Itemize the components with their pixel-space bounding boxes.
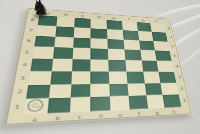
rank-label: 5 bbox=[171, 51, 179, 61]
square-b5 bbox=[53, 47, 73, 59]
file-label: b bbox=[46, 114, 69, 121]
rank-label: 2 bbox=[14, 85, 26, 100]
file-label: e bbox=[111, 111, 131, 118]
chess-board: abcdefgh abcdefgh 87654321 87654321 ♘ bbox=[5, 8, 192, 125]
square-e4 bbox=[108, 60, 126, 72]
square-c5 bbox=[72, 48, 91, 60]
square-a4 bbox=[30, 59, 52, 72]
square-c6 bbox=[73, 37, 91, 48]
square-h1 bbox=[163, 95, 182, 108]
file-label: f bbox=[130, 110, 149, 117]
square-f1 bbox=[128, 96, 147, 110]
rank-label: 4 bbox=[19, 58, 30, 71]
square-b3 bbox=[50, 71, 71, 84]
square-c4 bbox=[72, 59, 91, 71]
square-a2 bbox=[26, 84, 50, 99]
square-d4 bbox=[91, 60, 109, 72]
board-grid bbox=[24, 15, 182, 114]
square-c3 bbox=[71, 71, 91, 84]
square-b6 bbox=[54, 36, 73, 47]
square-b2 bbox=[49, 84, 71, 98]
rank-label: 7 bbox=[167, 33, 174, 42]
rank-label: 3 bbox=[17, 71, 28, 85]
square-e3 bbox=[109, 71, 127, 83]
square-d6 bbox=[91, 38, 108, 49]
cloth-fold bbox=[156, 1, 200, 19]
file-label: d bbox=[90, 112, 110, 119]
square-c1 bbox=[69, 97, 90, 112]
rank-label: 5 bbox=[22, 46, 32, 58]
rank-label: 2 bbox=[178, 83, 187, 95]
rank-label: 1 bbox=[180, 94, 189, 107]
square-h4 bbox=[157, 61, 174, 72]
square-e6 bbox=[107, 39, 124, 50]
square-d2 bbox=[91, 84, 110, 98]
square-f4 bbox=[125, 60, 143, 71]
square-h6 bbox=[153, 41, 169, 51]
square-e2 bbox=[109, 83, 128, 96]
square-c2 bbox=[70, 84, 90, 98]
square-f3 bbox=[126, 71, 144, 83]
black-knight[interactable]: ♞ bbox=[30, 0, 50, 19]
square-f6 bbox=[123, 40, 140, 51]
rank-label: 4 bbox=[173, 61, 181, 72]
square-a6 bbox=[34, 36, 55, 48]
rank-label: 7 bbox=[26, 25, 36, 36]
file-label: a bbox=[22, 115, 47, 123]
square-g3 bbox=[143, 72, 161, 84]
square-f2 bbox=[127, 83, 146, 96]
square-e1 bbox=[110, 96, 130, 110]
rank-label: 1 bbox=[11, 99, 23, 115]
square-f5 bbox=[124, 50, 141, 61]
rank-label: 8 bbox=[165, 24, 172, 33]
square-a3 bbox=[28, 71, 51, 85]
square-g2 bbox=[144, 83, 162, 96]
square-b4 bbox=[52, 59, 73, 71]
square-d5 bbox=[91, 49, 109, 60]
square-h5 bbox=[155, 51, 172, 61]
file-label: g bbox=[148, 109, 166, 115]
square-d1 bbox=[90, 97, 110, 112]
rank-label: 3 bbox=[176, 72, 184, 83]
rank-label: 6 bbox=[24, 35, 34, 46]
square-b1 bbox=[47, 98, 70, 114]
square-d3 bbox=[91, 71, 110, 84]
square-h3 bbox=[159, 72, 177, 83]
file-label: c bbox=[69, 113, 91, 120]
photo-scene: abcdefgh abcdefgh 87654321 87654321 ♘ ♞ bbox=[0, 0, 200, 134]
file-label: h bbox=[165, 109, 183, 115]
square-h2 bbox=[161, 83, 179, 95]
square-e5 bbox=[108, 49, 125, 60]
rank-label: 6 bbox=[169, 42, 177, 52]
knight-emblem-icon: ♘ bbox=[30, 101, 42, 110]
square-a5 bbox=[32, 47, 54, 59]
